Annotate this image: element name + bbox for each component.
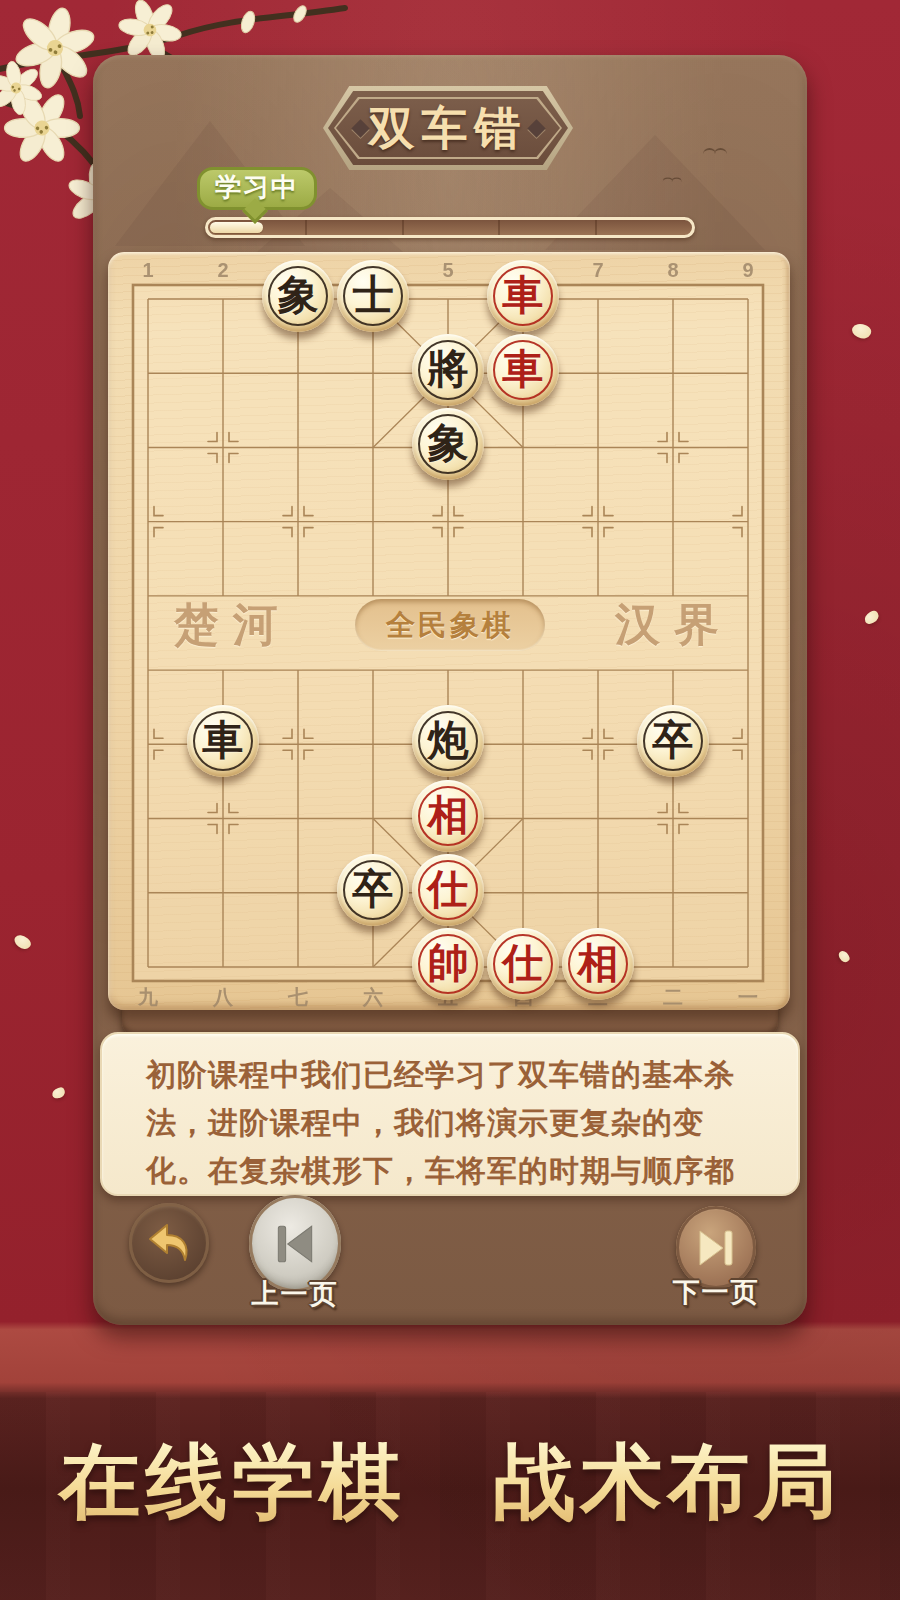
lesson-text: 初阶课程中我们已经学习了双车错的基本杀 法，进阶课程中，我们将演示更复杂的变 化…: [146, 1051, 760, 1195]
xiangqi-piece-black[interactable]: 象: [412, 408, 484, 480]
piece-glyph: 象: [412, 408, 484, 478]
petal-decoration: [12, 932, 33, 952]
xiangqi-piece-black[interactable]: 卒: [637, 705, 709, 777]
piece-glyph: 士: [337, 260, 409, 330]
xiangqi-piece-red[interactable]: 仕: [412, 854, 484, 926]
petal-decoration: [51, 1086, 66, 1099]
progress-segment-divider: [595, 220, 597, 235]
petal-decoration: [837, 949, 851, 964]
piece-glyph: 仕: [412, 854, 484, 924]
bird-decoration: [703, 148, 729, 160]
xiangqi-piece-black[interactable]: 炮: [412, 705, 484, 777]
piece-glyph: 帥: [412, 928, 484, 998]
progress-fill: [210, 222, 263, 233]
xiangqi-piece-black[interactable]: 卒: [337, 854, 409, 926]
back-button[interactable]: [129, 1203, 209, 1283]
footer-tagline: 在线学棋 战术布局: [0, 1428, 900, 1538]
xiangqi-piece-red[interactable]: 仕: [487, 928, 559, 1000]
piece-glyph: 車: [487, 260, 559, 330]
piece-glyph: 相: [412, 780, 484, 850]
petal-decoration: [850, 321, 873, 342]
piece-glyph: 象: [262, 260, 334, 330]
screen: 双车错 学习中 123456789九八七六五四三二一 楚河 汉界 全民象棋 象士…: [0, 0, 900, 1600]
piece-glyph: 車: [487, 334, 559, 404]
piece-glyph: 炮: [412, 705, 484, 775]
skip-previous-icon: [270, 1220, 320, 1268]
xiangqi-piece-black[interactable]: 象: [262, 260, 334, 332]
piece-glyph: 車: [187, 705, 259, 775]
petal-decoration: [862, 609, 880, 626]
piece-glyph: 卒: [337, 854, 409, 924]
xiangqi-piece-red[interactable]: 帥: [412, 928, 484, 1000]
piece-glyph: 相: [562, 928, 634, 998]
xiangqi-piece-red[interactable]: 相: [562, 928, 634, 1000]
progress-segment-divider: [305, 220, 307, 235]
xiangqi-piece-red[interactable]: 相: [412, 780, 484, 852]
piece-glyph: 將: [412, 334, 484, 404]
progress-bar: [205, 217, 695, 238]
pieces-layer: 象士車將車象車炮卒相卒仕帥仕相: [111, 262, 786, 1004]
piece-glyph: 仕: [487, 928, 559, 998]
undo-arrow-icon: [146, 1222, 192, 1264]
progress-segment-divider: [498, 220, 500, 235]
xiangqi-piece-red[interactable]: 車: [487, 334, 559, 406]
xiangqi-piece-black[interactable]: 車: [187, 705, 259, 777]
xiangqi-piece-black[interactable]: 將: [412, 334, 484, 406]
xiangqi-piece-red[interactable]: 車: [487, 260, 559, 332]
skip-next-icon: [692, 1225, 740, 1271]
xiangqi-piece-black[interactable]: 士: [337, 260, 409, 332]
bird-decoration: [663, 177, 684, 187]
piece-glyph: 卒: [637, 705, 709, 775]
next-page-label[interactable]: 下一页: [673, 1274, 760, 1310]
progress-segment-divider: [402, 220, 404, 235]
previous-page-label[interactable]: 上一页: [252, 1276, 339, 1312]
